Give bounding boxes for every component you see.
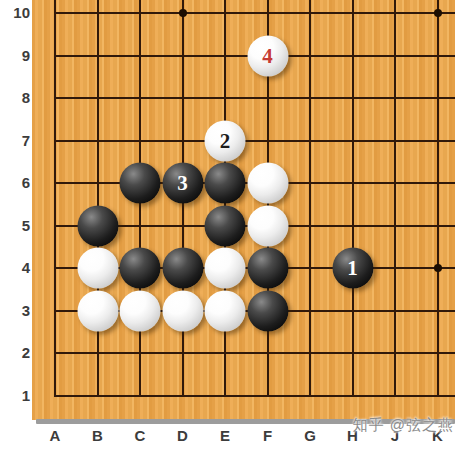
white-stone-E3	[205, 290, 246, 331]
star-point-K4	[434, 264, 442, 272]
black-stone-E5	[205, 205, 246, 246]
white-stone-C3	[120, 290, 161, 331]
move-number-4: 4	[262, 45, 273, 66]
col-label-D: D	[171, 426, 195, 446]
row-label-5: 5	[0, 217, 30, 235]
grid-line-row-1	[54, 395, 455, 397]
black-stone-C4	[120, 248, 161, 289]
black-stone-E6	[205, 163, 246, 204]
white-stone-D3	[162, 290, 203, 331]
move-number-3: 3	[177, 173, 188, 194]
row-label-6: 6	[0, 174, 30, 192]
col-label-F: F	[256, 426, 280, 446]
black-stone-F4	[247, 248, 288, 289]
white-stone-F5	[247, 205, 288, 246]
row-label-2: 2	[0, 344, 30, 362]
grid-line-row-7	[54, 140, 455, 142]
white-stone-B4	[77, 248, 118, 289]
grid-line-row-8	[54, 97, 455, 99]
black-stone-F3	[247, 290, 288, 331]
black-stone-C6	[120, 163, 161, 204]
grid-line-col-K	[437, 0, 439, 397]
white-stone-F6	[247, 163, 288, 204]
col-label-A: A	[43, 426, 67, 446]
row-label-7: 7	[0, 132, 30, 150]
row-label-8: 8	[0, 89, 30, 107]
black-stone-D6: 3	[162, 163, 203, 204]
move-number-2: 2	[220, 130, 231, 151]
star-point-D10	[179, 9, 187, 17]
grid-line-col-A	[54, 0, 56, 397]
white-stone-B3	[77, 290, 118, 331]
watermark: 知乎 @弦之燕	[353, 416, 454, 435]
col-label-B: B	[86, 426, 110, 446]
row-label-10: 10	[0, 4, 30, 22]
star-point-K10	[434, 9, 442, 17]
grid-line-col-B	[97, 0, 99, 397]
col-label-C: C	[128, 426, 152, 446]
go-diagram: 4231 10987654321ABCDEFGHJK 知乎 @弦之燕	[0, 0, 455, 450]
row-label-3: 3	[0, 302, 30, 320]
col-label-G: G	[298, 426, 322, 446]
grid-line-row-10	[54, 12, 455, 14]
black-stone-H4: 1	[332, 248, 373, 289]
grid-line-col-J	[394, 0, 396, 397]
white-stone-E7: 2	[205, 120, 246, 161]
col-label-E: E	[213, 426, 237, 446]
white-stone-F9: 4	[247, 35, 288, 76]
black-stone-B5	[77, 205, 118, 246]
black-stone-D4	[162, 248, 203, 289]
row-label-1: 1	[0, 387, 30, 405]
row-label-9: 9	[0, 47, 30, 65]
move-number-1: 1	[347, 258, 358, 279]
grid-line-row-2	[54, 352, 455, 354]
grid-line-col-G	[309, 0, 311, 397]
white-stone-E4	[205, 248, 246, 289]
row-label-4: 4	[0, 259, 30, 277]
grid-line-col-H	[352, 0, 354, 397]
